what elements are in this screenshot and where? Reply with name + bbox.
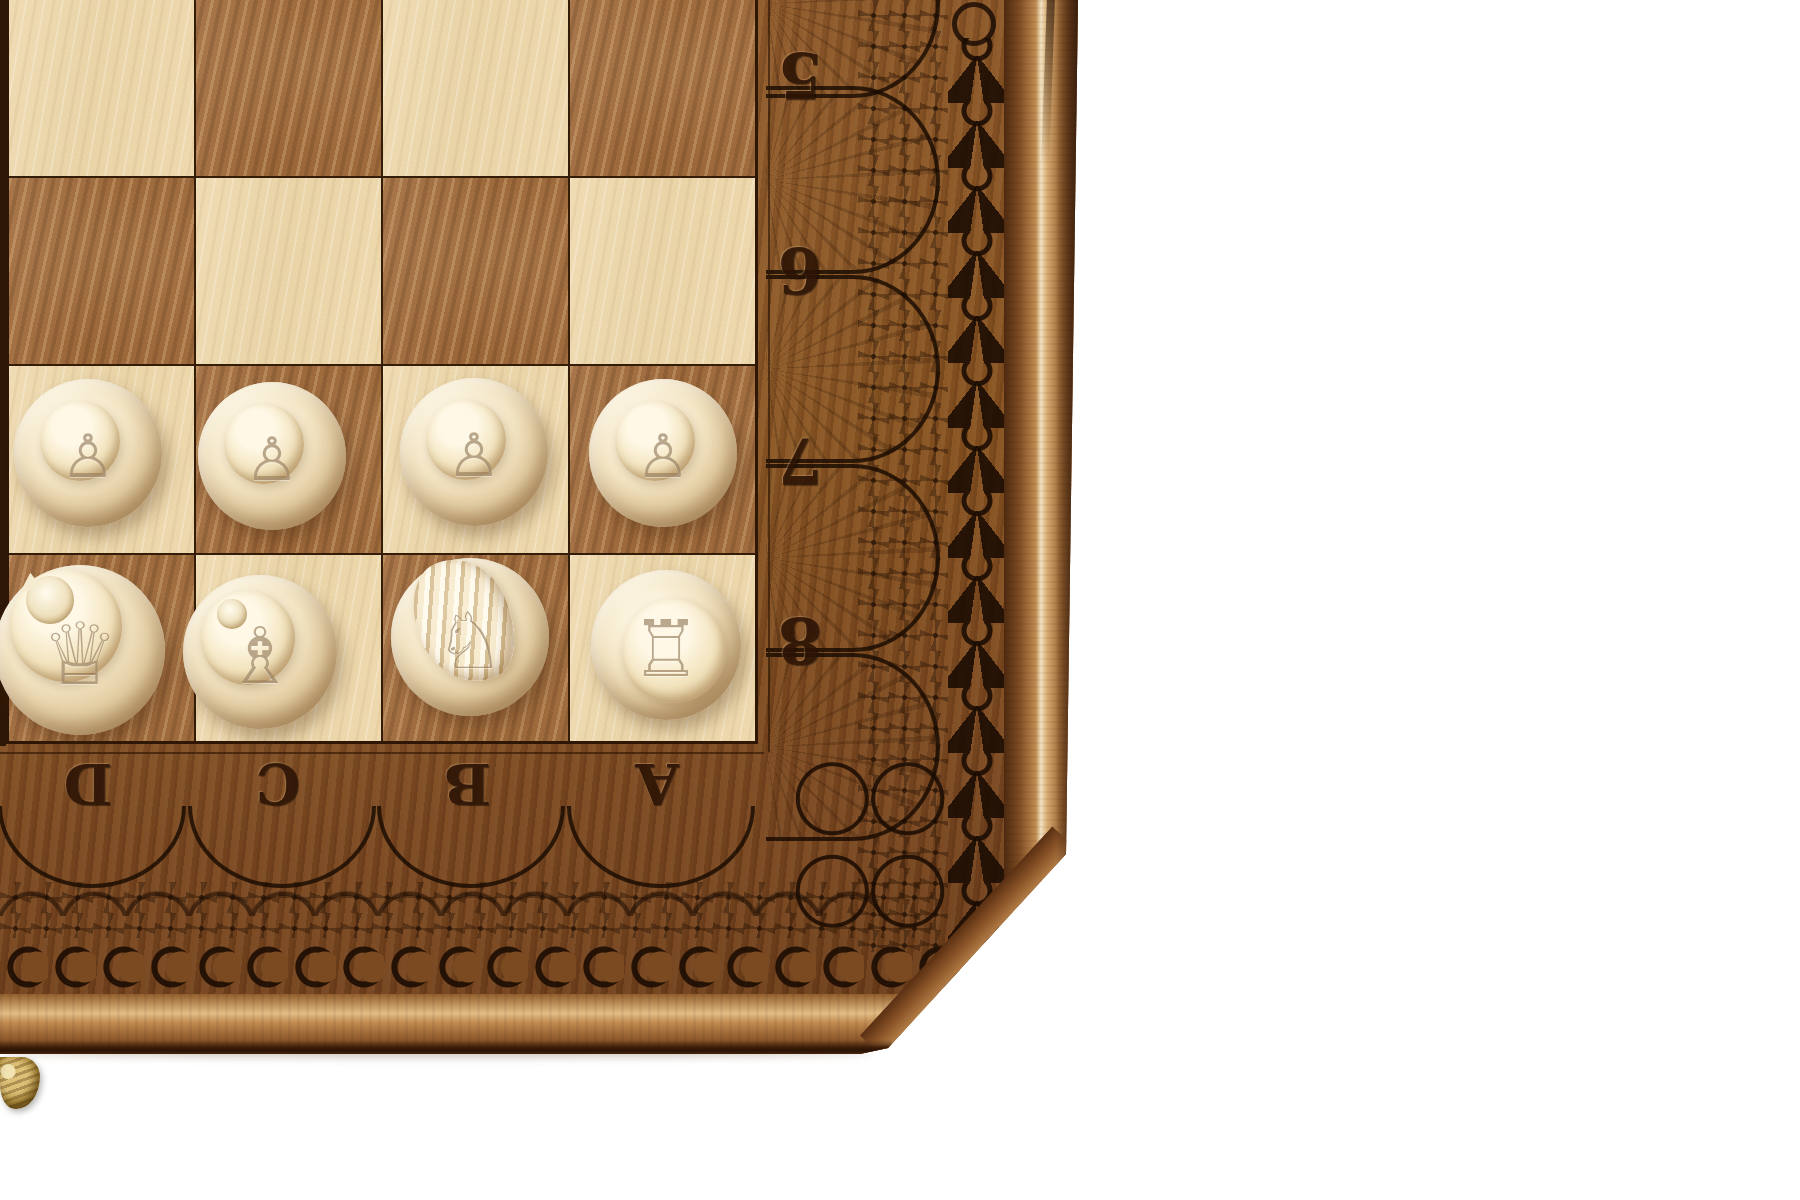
knob-detail (622, 599, 726, 703)
knob-detail (224, 404, 304, 484)
ring-ornament (952, 2, 996, 46)
rank-label-8: 8 (778, 603, 823, 678)
file-label-c: C (256, 751, 301, 817)
photo-stage: 5678DCBA ♖♘♗♕♙♙♙♙ (0, 0, 1800, 1200)
square-a5[interactable] (570, 0, 755, 176)
crescent-molding-bottom (0, 938, 960, 996)
corner-rosette-ornament (788, 756, 952, 934)
knob-detail (201, 591, 295, 685)
knob-detail (40, 401, 120, 481)
chess-piece-white-queen-d8[interactable]: ♕ (0, 565, 165, 735)
chess-piece-white-pawn-c7[interactable]: ♙ (198, 382, 346, 530)
chess-board: 5678DCBA ♖♘♗♕♙♙♙♙ (0, 0, 1078, 1054)
chevron-band-right (948, 38, 1006, 950)
rank-label-7: 7 (778, 423, 823, 498)
inner-frame-line-right (768, 0, 770, 752)
chess-piece-white-bishop-c8[interactable]: ♗ (183, 575, 337, 729)
square-c5[interactable] (196, 0, 381, 176)
square-d6[interactable] (9, 178, 194, 365)
brass-hinge (0, 1057, 40, 1109)
rank-label-6: 6 (778, 233, 823, 308)
right-edge-shadow (1056, 0, 1078, 870)
file-label-b: B (443, 751, 490, 817)
knob-detail (426, 400, 506, 480)
chess-piece-white-pawn-a7[interactable]: ♙ (589, 379, 737, 527)
square-d5[interactable] (9, 0, 194, 176)
square-b6[interactable] (383, 178, 568, 365)
chess-piece-white-rook-a8[interactable]: ♖ (591, 570, 741, 720)
file-label-d: D (64, 751, 113, 817)
square-a6[interactable] (570, 178, 755, 365)
chess-piece-white-pawn-d7[interactable]: ♙ (14, 379, 162, 527)
rank-label-5: 5 (778, 38, 823, 113)
chess-piece-white-pawn-b7[interactable]: ♙ (400, 378, 548, 526)
square-c6[interactable] (196, 178, 381, 365)
file-label-a: A (635, 751, 678, 817)
square-b5[interactable] (383, 0, 568, 176)
knob-detail (615, 401, 695, 481)
bottom-edge-line (0, 1040, 892, 1054)
chess-piece-white-knight-b8[interactable]: ♘ (391, 558, 549, 716)
